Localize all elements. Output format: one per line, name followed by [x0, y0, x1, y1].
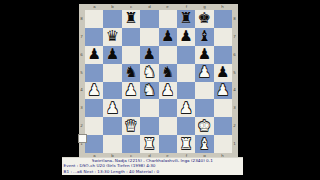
- status-row: B1 : ...a6 Next : 13:30 Length : 40 Mate…: [62, 169, 243, 175]
- piece-black-pawn: ♟: [143, 46, 156, 63]
- piece-white-queen: ♛: [124, 118, 137, 135]
- square-h4[interactable]: ♟: [214, 82, 232, 100]
- square-c5[interactable]: ♞: [122, 64, 140, 82]
- square-g3[interactable]: [195, 99, 213, 117]
- square-b4[interactable]: [103, 82, 121, 100]
- piece-black-knight: ♞: [161, 64, 174, 81]
- square-d2[interactable]: [140, 117, 158, 135]
- square-a6[interactable]: ♟: [85, 46, 103, 64]
- coord-label-7: 7: [232, 28, 238, 46]
- square-a3[interactable]: [85, 99, 103, 117]
- square-h5[interactable]: ♟: [214, 64, 232, 82]
- square-h1[interactable]: [214, 135, 232, 153]
- square-d7[interactable]: [140, 28, 158, 46]
- square-g1[interactable]: ♝: [195, 135, 213, 153]
- square-f3[interactable]: ♟: [177, 99, 195, 117]
- square-g2[interactable]: ♚: [195, 117, 213, 135]
- square-f1[interactable]: ♜: [177, 135, 195, 153]
- square-f4[interactable]: [177, 82, 195, 100]
- piece-white-rook: ♜: [179, 136, 192, 153]
- square-e8[interactable]: [159, 10, 177, 28]
- square-f5[interactable]: [177, 64, 195, 82]
- players-result-text: Swietlana, Nadja (2215) - Charkhalashvil…: [92, 159, 213, 162]
- piece-black-pawn: ♟: [179, 28, 192, 45]
- coord-label-5: 5: [232, 64, 238, 82]
- piece-white-pawn: ♟: [106, 100, 119, 117]
- piece-black-rook: ♜: [179, 10, 192, 27]
- chess-board: ♜♜♚♛♟♟♝♟♟♟♟♞♞♞♟♟♟♟♞♟♟♟♟♛♚♜♜♝: [85, 10, 232, 153]
- square-h6[interactable]: [214, 46, 232, 64]
- event-text: Event : DSO-ch U20 Girls Tiefen (1998) 4…: [62, 165, 156, 168]
- piece-white-pawn: ♟: [179, 100, 192, 117]
- square-d4[interactable]: ♞: [140, 82, 158, 100]
- square-e3[interactable]: [159, 99, 177, 117]
- square-c1[interactable]: [122, 135, 140, 153]
- square-c2[interactable]: ♛: [122, 117, 140, 135]
- piece-black-pawn: ♟: [87, 46, 100, 63]
- square-b3[interactable]: ♟: [103, 99, 121, 117]
- square-d1[interactable]: ♜: [140, 135, 158, 153]
- square-f7[interactable]: ♟: [177, 28, 195, 46]
- square-c4[interactable]: ♟: [122, 82, 140, 100]
- square-b7[interactable]: ♛: [103, 28, 121, 46]
- square-g7[interactable]: ♝: [195, 28, 213, 46]
- coord-label-8: 8: [232, 10, 238, 28]
- square-g8[interactable]: ♚: [195, 10, 213, 28]
- square-b8[interactable]: [103, 10, 121, 28]
- square-e5[interactable]: ♞: [159, 64, 177, 82]
- square-e7[interactable]: ♟: [159, 28, 177, 46]
- square-f2[interactable]: [177, 117, 195, 135]
- piece-white-pawn: ♟: [216, 82, 229, 99]
- coord-label-4: 4: [232, 82, 238, 100]
- square-b5[interactable]: [103, 64, 121, 82]
- piece-black-pawn: ♟: [161, 28, 174, 45]
- square-c3[interactable]: [122, 99, 140, 117]
- game-info-panel: Swietlana, Nadja (2215) - Charkhalashvil…: [62, 157, 243, 175]
- rank-labels-right: 87654321: [232, 10, 238, 153]
- square-f8[interactable]: ♜: [177, 10, 195, 28]
- coord-label-1: 1: [232, 135, 238, 153]
- piece-white-knight: ♞: [143, 82, 156, 99]
- square-h7[interactable]: [214, 28, 232, 46]
- square-h8[interactable]: [214, 10, 232, 28]
- marker-box: [78, 134, 87, 143]
- square-c8[interactable]: ♜: [122, 10, 140, 28]
- square-a1[interactable]: [85, 135, 103, 153]
- piece-white-pawn: ♟: [198, 64, 211, 81]
- square-d5[interactable]: ♞: [140, 64, 158, 82]
- square-g4[interactable]: [195, 82, 213, 100]
- piece-white-rook: ♜: [143, 136, 156, 153]
- piece-black-knight: ♞: [124, 64, 137, 81]
- piece-black-pawn: ♟: [198, 46, 211, 63]
- square-a4[interactable]: ♟: [85, 82, 103, 100]
- square-b6[interactable]: ♟: [103, 46, 121, 64]
- square-d3[interactable]: [140, 99, 158, 117]
- square-d8[interactable]: [140, 10, 158, 28]
- piece-white-pawn: ♟: [161, 82, 174, 99]
- square-e6[interactable]: [159, 46, 177, 64]
- square-a8[interactable]: [85, 10, 103, 28]
- square-e4[interactable]: ♟: [159, 82, 177, 100]
- square-e1[interactable]: [159, 135, 177, 153]
- coord-label-6: 6: [232, 46, 238, 64]
- square-e2[interactable]: [159, 117, 177, 135]
- piece-black-pawn: ♟: [106, 46, 119, 63]
- piece-white-pawn: ♟: [87, 82, 100, 99]
- square-g6[interactable]: ♟: [195, 46, 213, 64]
- piece-white-king: ♚: [198, 118, 211, 135]
- piece-black-queen: ♛: [106, 28, 119, 45]
- square-g5[interactable]: ♟: [195, 64, 213, 82]
- square-a5[interactable]: [85, 64, 103, 82]
- piece-black-bishop: ♝: [198, 28, 211, 45]
- piece-black-king: ♚: [198, 10, 211, 27]
- coord-label-2: 2: [232, 117, 238, 135]
- square-a7[interactable]: [85, 28, 103, 46]
- square-b2[interactable]: [103, 117, 121, 135]
- square-c6[interactable]: [122, 46, 140, 64]
- square-f6[interactable]: [177, 46, 195, 64]
- piece-black-pawn: ♟: [216, 64, 229, 81]
- piece-white-pawn: ♟: [124, 82, 137, 99]
- square-d6[interactable]: ♟: [140, 46, 158, 64]
- status-text: B1 : ...a6 Next : 13:30 Length : 40 Mate…: [62, 170, 159, 173]
- piece-black-rook: ♜: [124, 10, 137, 27]
- piece-white-bishop: ♝: [198, 136, 211, 153]
- square-a2[interactable]: [85, 117, 103, 135]
- square-b1[interactable]: [103, 135, 121, 153]
- square-h2[interactable]: [214, 117, 232, 135]
- coord-label-3: 3: [232, 99, 238, 117]
- square-h3[interactable]: [214, 99, 232, 117]
- video-frame: abcdefgh abcdefgh 87654321 87654321 ♜♜♚♛…: [0, 0, 320, 180]
- square-c7[interactable]: [122, 28, 140, 46]
- piece-white-knight: ♞: [143, 64, 156, 81]
